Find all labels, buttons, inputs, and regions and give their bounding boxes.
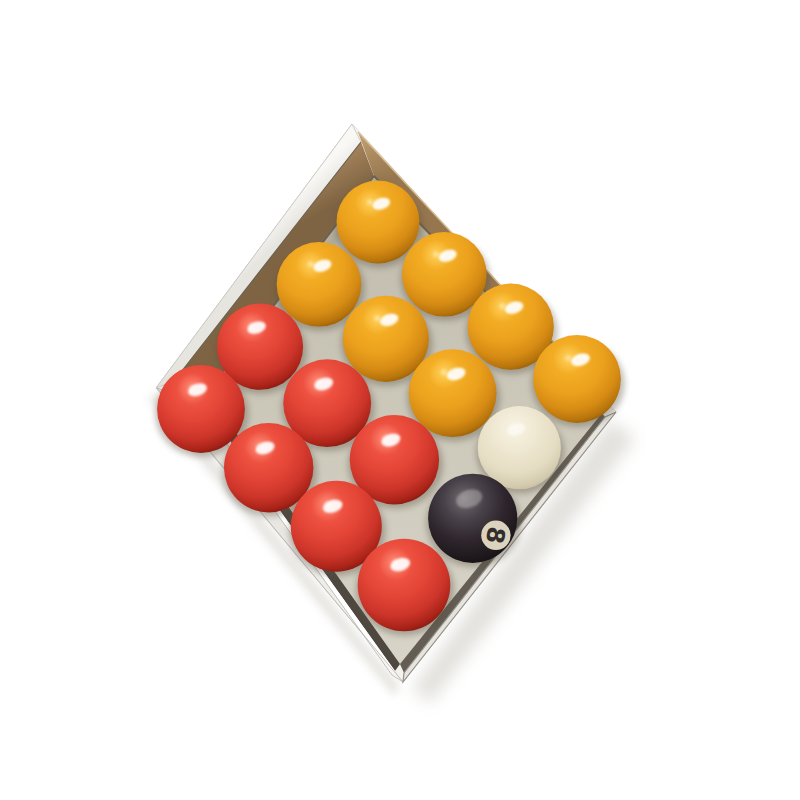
yellow-ball-sphere	[409, 349, 497, 437]
ball-r1-c3-white	[478, 406, 561, 489]
ball-r1-c2-yellow	[409, 349, 497, 437]
ball-r3-c0-red	[157, 365, 245, 453]
ball-r1-c1-yellow	[343, 296, 429, 382]
white-ball-sphere	[478, 406, 561, 489]
ball-r1-c0-yellow	[277, 242, 362, 327]
yellow-ball-sphere	[277, 242, 362, 327]
yellow-ball-sphere	[533, 335, 621, 423]
black-ball-sphere	[428, 474, 517, 563]
red-ball-sphere	[157, 365, 245, 453]
ball-r0-c1-yellow	[402, 232, 487, 317]
yellow-ball-sphere	[343, 296, 429, 382]
yellow-ball-sphere	[337, 181, 420, 264]
pool-ball-box-photo: 8	[0, 0, 800, 800]
product-photo-pool-ball-box: 8	[0, 0, 800, 800]
ball-r0-c3-yellow	[533, 335, 621, 423]
ball-r2-c3-black: 8	[428, 474, 517, 563]
ball-r0-c0-yellow	[337, 181, 420, 264]
ball-r3-c3-red	[358, 539, 451, 632]
red-ball-sphere	[358, 539, 451, 632]
yellow-ball-sphere	[402, 232, 487, 317]
